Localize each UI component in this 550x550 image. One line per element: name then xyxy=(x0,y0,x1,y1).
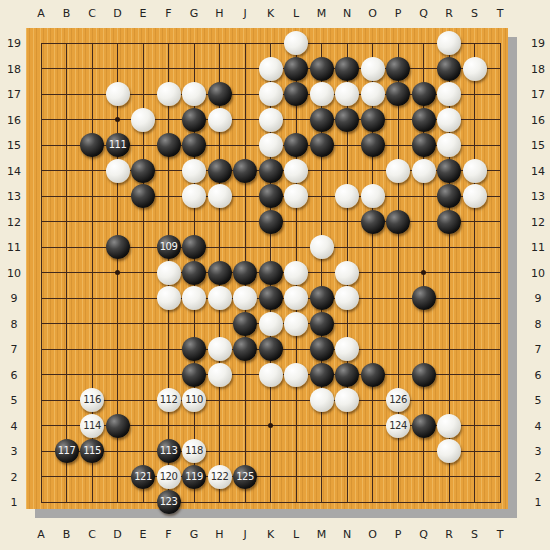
row-label-right-19: 19 xyxy=(531,37,545,50)
stones-layer: 1111091161121101261141241171151131181211… xyxy=(28,30,513,515)
col-label-bottom-C: C xyxy=(88,528,96,541)
col-label-top-A: A xyxy=(37,7,45,20)
col-label-top-L: L xyxy=(293,7,299,20)
white-stone-N10 xyxy=(335,261,359,285)
col-label-bottom-Q: Q xyxy=(419,528,428,541)
row-label-right-8: 8 xyxy=(535,317,542,330)
col-label-bottom-A: A xyxy=(37,528,45,541)
black-stone-J10 xyxy=(233,261,257,285)
move-number: 126 xyxy=(386,388,410,412)
black-stone-K10 xyxy=(259,261,283,285)
col-label-bottom-H: H xyxy=(215,528,223,541)
col-label-top-E: E xyxy=(140,7,147,20)
black-stone-M7 xyxy=(310,337,334,361)
col-label-bottom-S: S xyxy=(471,528,478,541)
black-stone-P17 xyxy=(386,82,410,106)
white-stone-N17 xyxy=(335,82,359,106)
white-stone-F17 xyxy=(157,82,181,106)
black-stone-M16 xyxy=(310,108,334,132)
white-stone-K8 xyxy=(259,312,283,336)
white-stone-F10 xyxy=(157,261,181,285)
black-stone-G10 xyxy=(182,261,206,285)
white-stone-H13 xyxy=(208,184,232,208)
black-stone-J8 xyxy=(233,312,257,336)
white-stone-M17 xyxy=(310,82,334,106)
black-stone-N16 xyxy=(335,108,359,132)
row-label-left-11: 11 xyxy=(7,241,21,254)
black-stone-M8 xyxy=(310,312,334,336)
row-label-right-12: 12 xyxy=(531,215,545,228)
row-label-right-4: 4 xyxy=(535,419,542,432)
white-stone-K6 xyxy=(259,363,283,387)
col-label-bottom-M: M xyxy=(317,528,327,541)
black-stone-M9 xyxy=(310,286,334,310)
white-stone-R3 xyxy=(437,439,461,463)
move-number: 120 xyxy=(157,465,181,489)
black-stone-K13 xyxy=(259,184,283,208)
col-label-top-O: O xyxy=(368,7,377,20)
white-stone-H7 xyxy=(208,337,232,361)
col-label-bottom-P: P xyxy=(395,528,402,541)
white-stone-G9 xyxy=(182,286,206,310)
black-stone-M6 xyxy=(310,363,334,387)
white-stone-F2: 120 xyxy=(157,465,181,489)
white-stone-O18 xyxy=(361,57,385,81)
white-stone-N7 xyxy=(335,337,359,361)
white-stone-E16 xyxy=(131,108,155,132)
white-stone-M5 xyxy=(310,388,334,412)
white-stone-F5: 112 xyxy=(157,388,181,412)
white-stone-L13 xyxy=(284,184,308,208)
col-label-top-H: H xyxy=(215,7,223,20)
col-label-top-T: T xyxy=(497,7,504,20)
black-stone-D11 xyxy=(106,235,130,259)
black-stone-F3: 113 xyxy=(157,439,181,463)
move-number: 122 xyxy=(208,465,232,489)
black-stone-H14 xyxy=(208,159,232,183)
move-number: 117 xyxy=(55,439,79,463)
col-label-bottom-K: K xyxy=(267,528,274,541)
black-stone-E14 xyxy=(131,159,155,183)
black-stone-K12 xyxy=(259,210,283,234)
black-stone-N6 xyxy=(335,363,359,387)
row-label-right-1: 1 xyxy=(535,496,542,509)
black-stone-L17 xyxy=(284,82,308,106)
col-label-bottom-O: O xyxy=(368,528,377,541)
row-label-left-9: 9 xyxy=(11,292,18,305)
col-label-top-K: K xyxy=(267,7,274,20)
black-stone-C3: 115 xyxy=(80,439,104,463)
col-label-top-B: B xyxy=(63,7,71,20)
white-stone-H16 xyxy=(208,108,232,132)
white-stone-R15 xyxy=(437,133,461,157)
col-label-bottom-E: E xyxy=(140,528,147,541)
black-stone-Q17 xyxy=(412,82,436,106)
white-stone-L9 xyxy=(284,286,308,310)
move-number: 109 xyxy=(157,235,181,259)
white-stone-S14 xyxy=(463,159,487,183)
white-stone-J9 xyxy=(233,286,257,310)
row-label-left-2: 2 xyxy=(11,470,18,483)
move-number: 125 xyxy=(233,465,257,489)
col-label-top-Q: Q xyxy=(419,7,428,20)
row-label-left-8: 8 xyxy=(11,317,18,330)
black-stone-G15 xyxy=(182,133,206,157)
black-stone-J2: 125 xyxy=(233,465,257,489)
black-stone-C15 xyxy=(80,133,104,157)
black-stone-N18 xyxy=(335,57,359,81)
black-stone-R12 xyxy=(437,210,461,234)
row-label-right-9: 9 xyxy=(535,292,542,305)
row-label-right-6: 6 xyxy=(535,368,542,381)
black-stone-Q16 xyxy=(412,108,436,132)
black-stone-R14 xyxy=(437,159,461,183)
move-number: 121 xyxy=(131,465,155,489)
white-stone-D17 xyxy=(106,82,130,106)
move-number: 115 xyxy=(80,439,104,463)
black-stone-Q9 xyxy=(412,286,436,310)
move-number: 111 xyxy=(106,133,130,157)
white-stone-G17 xyxy=(182,82,206,106)
black-stone-O12 xyxy=(361,210,385,234)
move-number: 119 xyxy=(182,465,206,489)
white-stone-G13 xyxy=(182,184,206,208)
black-stone-Q6 xyxy=(412,363,436,387)
move-number: 114 xyxy=(80,414,104,438)
black-stone-O15 xyxy=(361,133,385,157)
move-number: 112 xyxy=(157,388,181,412)
row-label-left-18: 18 xyxy=(7,62,21,75)
black-stone-B3: 117 xyxy=(55,439,79,463)
white-stone-O17 xyxy=(361,82,385,106)
white-stone-N5 xyxy=(335,388,359,412)
white-stone-N13 xyxy=(335,184,359,208)
row-label-right-16: 16 xyxy=(531,113,545,126)
black-stone-P18 xyxy=(386,57,410,81)
white-stone-N9 xyxy=(335,286,359,310)
white-stone-F9 xyxy=(157,286,181,310)
col-label-bottom-R: R xyxy=(445,528,453,541)
row-label-left-19: 19 xyxy=(7,37,21,50)
col-label-top-D: D xyxy=(113,7,121,20)
black-stone-R18 xyxy=(437,57,461,81)
white-stone-L8 xyxy=(284,312,308,336)
move-number: 116 xyxy=(80,388,104,412)
col-label-bottom-N: N xyxy=(343,528,351,541)
col-label-bottom-L: L xyxy=(293,528,299,541)
row-label-right-18: 18 xyxy=(531,62,545,75)
black-stone-M15 xyxy=(310,133,334,157)
white-stone-H9 xyxy=(208,286,232,310)
black-stone-P12 xyxy=(386,210,410,234)
white-stone-P4: 124 xyxy=(386,414,410,438)
row-label-right-13: 13 xyxy=(531,190,545,203)
row-label-left-13: 13 xyxy=(7,190,21,203)
row-label-right-2: 2 xyxy=(535,470,542,483)
white-stone-C4: 114 xyxy=(80,414,104,438)
black-stone-O6 xyxy=(361,363,385,387)
white-stone-K15 xyxy=(259,133,283,157)
row-label-left-16: 16 xyxy=(7,113,21,126)
black-stone-D15: 111 xyxy=(106,133,130,157)
row-label-left-3: 3 xyxy=(11,445,18,458)
col-label-top-N: N xyxy=(343,7,351,20)
black-stone-F1: 123 xyxy=(157,490,181,514)
row-label-right-15: 15 xyxy=(531,139,545,152)
row-label-right-10: 10 xyxy=(531,266,545,279)
move-number: 118 xyxy=(182,439,206,463)
white-stone-R17 xyxy=(437,82,461,106)
black-stone-J7 xyxy=(233,337,257,361)
black-stone-J14 xyxy=(233,159,257,183)
black-stone-K7 xyxy=(259,337,283,361)
white-stone-S18 xyxy=(463,57,487,81)
black-stone-G11 xyxy=(182,235,206,259)
col-label-bottom-B: B xyxy=(63,528,71,541)
move-number: 123 xyxy=(157,490,181,514)
move-number: 113 xyxy=(157,439,181,463)
black-stone-K9 xyxy=(259,286,283,310)
black-stone-G7 xyxy=(182,337,206,361)
col-label-top-J: J xyxy=(243,7,246,20)
col-label-top-C: C xyxy=(88,7,96,20)
black-stone-L15 xyxy=(284,133,308,157)
white-stone-G3: 118 xyxy=(182,439,206,463)
black-stone-G16 xyxy=(182,108,206,132)
black-stone-L18 xyxy=(284,57,308,81)
go-board[interactable]: 1111091161121101261141241171151131181211… xyxy=(26,28,508,509)
white-stone-K16 xyxy=(259,108,283,132)
black-stone-M18 xyxy=(310,57,334,81)
white-stone-P5: 126 xyxy=(386,388,410,412)
row-label-left-14: 14 xyxy=(7,164,21,177)
white-stone-Q14 xyxy=(412,159,436,183)
black-stone-D4 xyxy=(106,414,130,438)
row-label-right-14: 14 xyxy=(531,164,545,177)
col-label-top-G: G xyxy=(190,7,199,20)
white-stone-D14 xyxy=(106,159,130,183)
col-label-top-F: F xyxy=(165,7,171,20)
row-label-left-4: 4 xyxy=(11,419,18,432)
row-label-right-11: 11 xyxy=(531,241,545,254)
col-label-top-M: M xyxy=(317,7,327,20)
col-label-top-R: R xyxy=(445,7,453,20)
col-label-top-P: P xyxy=(395,7,402,20)
row-label-left-10: 10 xyxy=(7,266,21,279)
col-label-top-S: S xyxy=(471,7,478,20)
row-label-left-7: 7 xyxy=(11,343,18,356)
black-stone-F11: 109 xyxy=(157,235,181,259)
white-stone-K17 xyxy=(259,82,283,106)
row-label-left-15: 15 xyxy=(7,139,21,152)
white-stone-L6 xyxy=(284,363,308,387)
white-stone-K18 xyxy=(259,57,283,81)
white-stone-O13 xyxy=(361,184,385,208)
black-stone-E13 xyxy=(131,184,155,208)
black-stone-Q15 xyxy=(412,133,436,157)
black-stone-E2: 121 xyxy=(131,465,155,489)
black-stone-K14 xyxy=(259,159,283,183)
black-stone-G6 xyxy=(182,363,206,387)
row-label-left-6: 6 xyxy=(11,368,18,381)
white-stone-G14 xyxy=(182,159,206,183)
col-label-bottom-D: D xyxy=(113,528,121,541)
black-stone-O16 xyxy=(361,108,385,132)
row-label-right-17: 17 xyxy=(531,88,545,101)
black-stone-H17 xyxy=(208,82,232,106)
row-label-left-5: 5 xyxy=(11,394,18,407)
white-stone-R19 xyxy=(437,31,461,55)
white-stone-L10 xyxy=(284,261,308,285)
col-label-bottom-J: J xyxy=(243,528,246,541)
white-stone-R4 xyxy=(437,414,461,438)
white-stone-L19 xyxy=(284,31,308,55)
row-label-left-1: 1 xyxy=(11,496,18,509)
row-label-left-17: 17 xyxy=(7,88,21,101)
black-stone-Q4 xyxy=(412,414,436,438)
move-number: 110 xyxy=(182,388,206,412)
white-stone-C5: 116 xyxy=(80,388,104,412)
white-stone-R16 xyxy=(437,108,461,132)
col-label-bottom-F: F xyxy=(165,528,171,541)
row-label-right-5: 5 xyxy=(535,394,542,407)
black-stone-F15 xyxy=(157,133,181,157)
move-number: 124 xyxy=(386,414,410,438)
go-game-screenshot: 1111091161121101261141241171151131181211… xyxy=(0,0,550,550)
white-stone-P14 xyxy=(386,159,410,183)
col-label-bottom-T: T xyxy=(497,528,504,541)
white-stone-M11 xyxy=(310,235,334,259)
black-stone-H10 xyxy=(208,261,232,285)
white-stone-S13 xyxy=(463,184,487,208)
white-stone-G5: 110 xyxy=(182,388,206,412)
row-label-right-3: 3 xyxy=(535,445,542,458)
white-stone-H6 xyxy=(208,363,232,387)
black-stone-R13 xyxy=(437,184,461,208)
row-label-left-12: 12 xyxy=(7,215,21,228)
col-label-bottom-G: G xyxy=(190,528,199,541)
white-stone-H2: 122 xyxy=(208,465,232,489)
white-stone-L14 xyxy=(284,159,308,183)
row-label-right-7: 7 xyxy=(535,343,542,356)
black-stone-G2: 119 xyxy=(182,465,206,489)
